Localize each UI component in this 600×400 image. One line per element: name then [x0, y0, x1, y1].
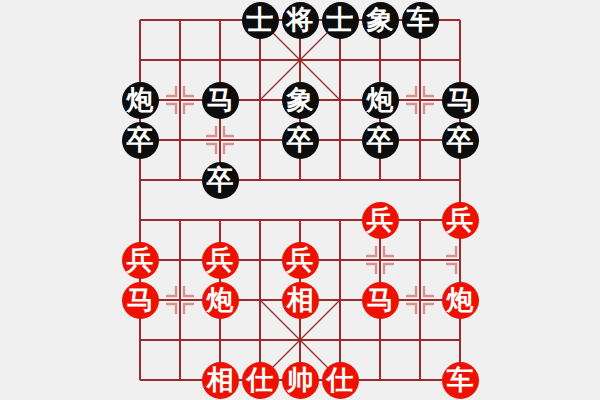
piece-glyph: 帅	[287, 366, 314, 393]
piece-red-general[interactable]: 帅	[282, 362, 319, 399]
piece-red-advisor[interactable]: 仕	[322, 362, 359, 399]
piece-glyph: 炮	[207, 286, 234, 313]
piece-black-advisor[interactable]: 士	[322, 2, 359, 39]
piece-red-soldier[interactable]: 兵	[202, 242, 239, 279]
piece-black-horse[interactable]: 马	[202, 82, 239, 119]
piece-glyph: 士	[247, 6, 274, 33]
piece-red-soldier[interactable]: 兵	[442, 202, 479, 239]
piece-glyph: 象	[367, 6, 394, 33]
piece-glyph: 卒	[127, 126, 154, 153]
piece-glyph: 兵	[127, 246, 154, 273]
piece-red-cannon[interactable]: 炮	[202, 282, 239, 319]
piece-glyph: 兵	[287, 246, 314, 273]
piece-glyph: 仕	[327, 366, 354, 393]
piece-black-soldier[interactable]: 卒	[282, 122, 319, 159]
piece-red-soldier[interactable]: 兵	[122, 242, 159, 279]
piece-glyph: 兵	[367, 206, 394, 233]
piece-glyph: 兵	[207, 246, 234, 273]
piece-glyph: 卒	[447, 126, 474, 153]
piece-glyph: 卒	[367, 126, 394, 153]
piece-red-cannon[interactable]: 炮	[442, 282, 479, 319]
piece-glyph: 兵	[447, 206, 474, 233]
piece-red-soldier[interactable]: 兵	[362, 202, 399, 239]
piece-red-elephant[interactable]: 相	[282, 282, 319, 319]
piece-black-soldier[interactable]: 卒	[122, 122, 159, 159]
piece-glyph: 车	[447, 366, 474, 393]
xiangqi-app: 士将士象车炮马象炮马卒卒卒卒卒兵兵兵兵兵马炮相马炮相仕帅仕车	[0, 0, 600, 400]
piece-glyph: 象	[287, 86, 314, 113]
piece-glyph: 仕	[247, 366, 274, 393]
piece-black-elephant[interactable]: 象	[362, 2, 399, 39]
piece-glyph: 车	[407, 6, 434, 33]
piece-red-horse[interactable]: 马	[362, 282, 399, 319]
piece-glyph: 相	[207, 366, 234, 393]
piece-glyph: 相	[287, 286, 314, 313]
piece-glyph: 将	[287, 6, 314, 33]
piece-red-advisor[interactable]: 仕	[242, 362, 279, 399]
piece-glyph: 士	[327, 6, 354, 33]
piece-black-cannon[interactable]: 炮	[362, 82, 399, 119]
piece-black-horse[interactable]: 马	[442, 82, 479, 119]
piece-red-chariot[interactable]: 车	[442, 362, 479, 399]
piece-glyph: 卒	[287, 126, 314, 153]
piece-black-soldier[interactable]: 卒	[202, 162, 239, 199]
piece-glyph: 马	[207, 86, 234, 113]
piece-black-general[interactable]: 将	[282, 2, 319, 39]
piece-black-cannon[interactable]: 炮	[122, 82, 159, 119]
piece-glyph: 炮	[447, 286, 474, 313]
piece-glyph: 卒	[207, 166, 234, 193]
piece-black-soldier[interactable]: 卒	[362, 122, 399, 159]
piece-black-elephant[interactable]: 象	[282, 82, 319, 119]
piece-black-soldier[interactable]: 卒	[442, 122, 479, 159]
piece-black-chariot[interactable]: 车	[402, 2, 439, 39]
piece-glyph: 马	[367, 286, 394, 313]
piece-red-elephant[interactable]: 相	[202, 362, 239, 399]
piece-red-horse[interactable]: 马	[122, 282, 159, 319]
piece-black-advisor[interactable]: 士	[242, 2, 279, 39]
piece-glyph: 炮	[127, 86, 154, 113]
piece-glyph: 马	[447, 86, 474, 113]
piece-glyph: 马	[127, 286, 154, 313]
piece-red-soldier[interactable]: 兵	[282, 242, 319, 279]
xiangqi-pieces-layer: 士将士象车炮马象炮马卒卒卒卒卒兵兵兵兵兵马炮相马炮相仕帅仕车	[120, 0, 480, 400]
piece-glyph: 炮	[367, 86, 394, 113]
